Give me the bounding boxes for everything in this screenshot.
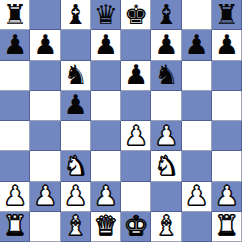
square-b7[interactable]: ♟ bbox=[30, 30, 60, 60]
white-knight: ♞ bbox=[64, 152, 88, 179]
square-f7[interactable]: ♟ bbox=[151, 30, 181, 60]
white-queen: ♛ bbox=[94, 212, 118, 239]
square-c4[interactable] bbox=[61, 121, 91, 151]
square-e1[interactable]: ♚ bbox=[121, 212, 151, 242]
white-pawn: ♟ bbox=[94, 182, 118, 209]
square-d2[interactable]: ♟ bbox=[91, 182, 121, 212]
white-pawn: ♟ bbox=[64, 182, 88, 209]
white-knight: ♞ bbox=[154, 152, 178, 179]
square-g3[interactable] bbox=[182, 151, 212, 181]
black-knight: ♞ bbox=[154, 61, 178, 88]
square-e2[interactable] bbox=[121, 182, 151, 212]
chess-board: ♜♝♛♚♝♜♟♟♟♟♟♟♞♟♞♟♟♟♞♞♟♟♟♟♟♟♜♝♛♚♝♜ bbox=[0, 0, 242, 242]
square-h2[interactable]: ♟ bbox=[212, 182, 242, 212]
square-d7[interactable]: ♟ bbox=[91, 30, 121, 60]
square-f4[interactable]: ♟ bbox=[151, 121, 181, 151]
black-bishop: ♝ bbox=[64, 1, 88, 28]
square-a2[interactable]: ♟ bbox=[0, 182, 30, 212]
square-h7[interactable]: ♟ bbox=[212, 30, 242, 60]
black-queen: ♛ bbox=[94, 1, 118, 28]
square-h4[interactable] bbox=[212, 121, 242, 151]
black-pawn: ♟ bbox=[94, 31, 118, 58]
square-b1[interactable] bbox=[30, 212, 60, 242]
square-c7[interactable] bbox=[61, 30, 91, 60]
black-pawn: ♟ bbox=[124, 61, 148, 88]
square-h1[interactable]: ♜ bbox=[212, 212, 242, 242]
square-a1[interactable]: ♜ bbox=[0, 212, 30, 242]
black-pawn: ♟ bbox=[64, 91, 88, 118]
square-b3[interactable] bbox=[30, 151, 60, 181]
square-d3[interactable] bbox=[91, 151, 121, 181]
square-h8[interactable]: ♜ bbox=[212, 0, 242, 30]
square-a8[interactable]: ♜ bbox=[0, 0, 30, 30]
square-c8[interactable]: ♝ bbox=[61, 0, 91, 30]
square-g1[interactable] bbox=[182, 212, 212, 242]
square-f3[interactable]: ♞ bbox=[151, 151, 181, 181]
square-d4[interactable] bbox=[91, 121, 121, 151]
square-b5[interactable] bbox=[30, 91, 60, 121]
square-c1[interactable]: ♝ bbox=[61, 212, 91, 242]
black-pawn: ♟ bbox=[215, 31, 239, 58]
black-pawn: ♟ bbox=[154, 31, 178, 58]
square-e7[interactable] bbox=[121, 30, 151, 60]
square-h3[interactable] bbox=[212, 151, 242, 181]
square-f8[interactable]: ♝ bbox=[151, 0, 181, 30]
white-pawn: ♟ bbox=[3, 182, 27, 209]
square-f2[interactable] bbox=[151, 182, 181, 212]
square-e5[interactable] bbox=[121, 91, 151, 121]
square-a5[interactable] bbox=[0, 91, 30, 121]
white-rook: ♜ bbox=[215, 212, 239, 239]
black-bishop: ♝ bbox=[154, 1, 178, 28]
white-rook: ♜ bbox=[3, 212, 27, 239]
square-g5[interactable] bbox=[182, 91, 212, 121]
square-f1[interactable]: ♝ bbox=[151, 212, 181, 242]
black-rook: ♜ bbox=[215, 1, 239, 28]
square-g4[interactable] bbox=[182, 121, 212, 151]
white-pawn: ♟ bbox=[154, 122, 178, 149]
square-d8[interactable]: ♛ bbox=[91, 0, 121, 30]
white-bishop: ♝ bbox=[64, 212, 88, 239]
black-rook: ♜ bbox=[3, 1, 27, 28]
square-g8[interactable] bbox=[182, 0, 212, 30]
square-a3[interactable] bbox=[0, 151, 30, 181]
square-d1[interactable]: ♛ bbox=[91, 212, 121, 242]
white-king: ♚ bbox=[124, 212, 148, 239]
square-a6[interactable] bbox=[0, 61, 30, 91]
square-b6[interactable] bbox=[30, 61, 60, 91]
square-h5[interactable] bbox=[212, 91, 242, 121]
black-knight: ♞ bbox=[64, 61, 88, 88]
square-g2[interactable]: ♟ bbox=[182, 182, 212, 212]
square-c3[interactable]: ♞ bbox=[61, 151, 91, 181]
square-e3[interactable] bbox=[121, 151, 151, 181]
white-pawn: ♟ bbox=[215, 182, 239, 209]
square-g7[interactable]: ♟ bbox=[182, 30, 212, 60]
square-c6[interactable]: ♞ bbox=[61, 61, 91, 91]
square-f5[interactable] bbox=[151, 91, 181, 121]
square-e8[interactable]: ♚ bbox=[121, 0, 151, 30]
square-b2[interactable]: ♟ bbox=[30, 182, 60, 212]
black-pawn: ♟ bbox=[3, 31, 27, 58]
square-c5[interactable]: ♟ bbox=[61, 91, 91, 121]
square-h6[interactable] bbox=[212, 61, 242, 91]
square-f6[interactable]: ♞ bbox=[151, 61, 181, 91]
white-pawn: ♟ bbox=[33, 182, 57, 209]
square-a7[interactable]: ♟ bbox=[0, 30, 30, 60]
square-b4[interactable] bbox=[30, 121, 60, 151]
white-pawn: ♟ bbox=[185, 182, 209, 209]
square-e4[interactable]: ♟ bbox=[121, 121, 151, 151]
black-king: ♚ bbox=[124, 1, 148, 28]
square-c2[interactable]: ♟ bbox=[61, 182, 91, 212]
white-bishop: ♝ bbox=[154, 212, 178, 239]
square-d5[interactable] bbox=[91, 91, 121, 121]
square-b8[interactable] bbox=[30, 0, 60, 30]
square-a4[interactable] bbox=[0, 121, 30, 151]
black-pawn: ♟ bbox=[185, 31, 209, 58]
black-pawn: ♟ bbox=[33, 31, 57, 58]
square-e6[interactable]: ♟ bbox=[121, 61, 151, 91]
square-g6[interactable] bbox=[182, 61, 212, 91]
white-pawn: ♟ bbox=[124, 122, 148, 149]
square-d6[interactable] bbox=[91, 61, 121, 91]
